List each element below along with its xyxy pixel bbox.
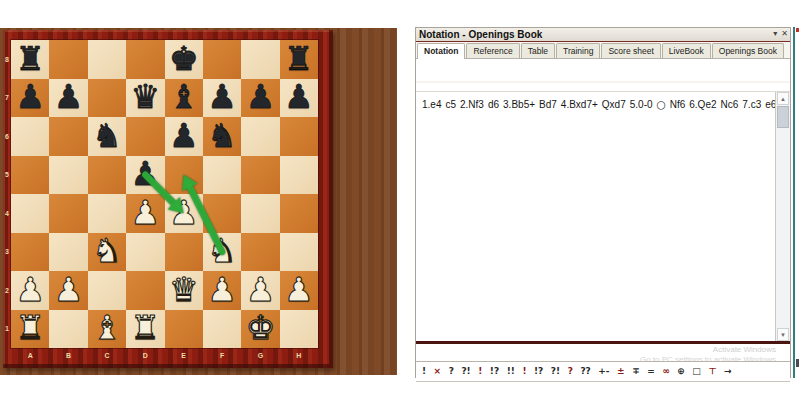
- move-token[interactable]: 4.Bxd7+: [561, 99, 598, 110]
- square-b6[interactable]: [49, 117, 87, 156]
- square-b7[interactable]: ♟: [49, 79, 87, 118]
- anno-symbol-button[interactable]: ?: [568, 367, 573, 376]
- square-g4[interactable]: [241, 194, 279, 233]
- tab-livebook[interactable]: LiveBook: [662, 43, 711, 58]
- move-token[interactable]: Qxd7: [602, 99, 626, 110]
- square-f8[interactable]: [203, 40, 241, 79]
- square-h7[interactable]: ♟: [280, 79, 318, 118]
- move-token[interactable]: Bd7: [539, 99, 557, 110]
- anno-symbol-button[interactable]: !?: [534, 367, 543, 376]
- square-e8[interactable]: ♚: [165, 40, 203, 79]
- anno-symbol-button[interactable]: →: [724, 367, 732, 376]
- square-e3[interactable]: [165, 233, 203, 272]
- square-g6[interactable]: [241, 117, 279, 156]
- board-grid[interactable]: ♜♚♜♟♟♛♝♟♟♟♞♟♞♟♟♟♞♞♟♟♛♟♟♟♜♝♜♚: [11, 40, 318, 348]
- square-c2[interactable]: [88, 271, 126, 310]
- anno-symbol-button[interactable]: !: [522, 367, 526, 376]
- move-token[interactable]: 7.c3: [742, 99, 761, 110]
- black-pawn-g7[interactable]: ♟: [246, 80, 276, 113]
- square-d3[interactable]: [126, 233, 164, 272]
- square-f7[interactable]: ♟: [203, 79, 241, 118]
- tab-table[interactable]: Table: [521, 43, 555, 58]
- square-g8[interactable]: [241, 40, 279, 79]
- black-knight-c6[interactable]: ♞: [92, 119, 122, 152]
- file-label-a: A: [11, 348, 49, 362]
- square-a1[interactable]: ♜: [11, 310, 49, 349]
- rank-label-8: 8: [3, 40, 11, 79]
- panel-title: Notation - Openings Book: [416, 29, 542, 40]
- rank-label-3: 3: [3, 233, 11, 272]
- file-label-h: H: [280, 348, 318, 362]
- square-h4[interactable]: [280, 194, 318, 233]
- white-queen-e2[interactable]: ♛: [169, 273, 199, 306]
- move-token[interactable]: c5: [445, 99, 456, 110]
- chess-board: 87654321 ♜♚♜♟♟♛♝♟♟♟♞♟♞♟♟♟♞♞♟♟♛♟♟♟♜♝♜♚ AB…: [3, 30, 333, 368]
- move-token[interactable]: Nc6: [721, 99, 739, 110]
- black-pawn-f7[interactable]: ♟: [207, 80, 237, 113]
- square-c4[interactable]: [88, 194, 126, 233]
- tab-reference[interactable]: Reference: [466, 43, 519, 58]
- window-edge-line: [793, 27, 795, 378]
- white-pawn-f2[interactable]: ♟: [207, 273, 237, 306]
- square-e6[interactable]: ♟: [165, 117, 203, 156]
- tab-training[interactable]: Training: [556, 43, 600, 58]
- anno-symbol-button[interactable]: ×: [434, 367, 442, 376]
- anno-symbol-button[interactable]: ?!: [551, 367, 560, 376]
- edge-mark-bottom: [796, 359, 799, 367]
- square-e7[interactable]: ♝: [165, 79, 203, 118]
- edge-mark-top: [796, 28, 799, 32]
- rank-label-7: 7: [3, 79, 11, 118]
- square-c1[interactable]: ♝: [88, 310, 126, 349]
- notation-area[interactable]: 1.e4c52.Nf3d63.Bb5+Bd74.Bxd7+Qxd75.0-0○N…: [416, 92, 790, 341]
- square-a5[interactable]: [11, 156, 49, 195]
- notation-header-strip: [416, 59, 790, 92]
- anno-symbol-button[interactable]: !: [478, 367, 482, 376]
- annotation-symbol[interactable]: ○: [657, 98, 666, 110]
- square-a4[interactable]: [11, 194, 49, 233]
- windows-watermark-line1: Activate Windows: [713, 345, 776, 354]
- annotation-toolbar: !×??!!!?!!!!??!???+-±∓=∞⊕□⊤→: [416, 361, 790, 382]
- square-a2[interactable]: ♟: [11, 271, 49, 310]
- square-f4[interactable]: [203, 194, 241, 233]
- panel-titlebar[interactable]: Notation - Openings Book ▾✕: [416, 28, 790, 42]
- square-b4[interactable]: [49, 194, 87, 233]
- scrollbar-thumb[interactable]: [777, 106, 789, 128]
- square-a7[interactable]: ♟: [11, 79, 49, 118]
- square-g2[interactable]: ♟: [241, 271, 279, 310]
- square-h3[interactable]: [280, 233, 318, 272]
- rank-label-5: 5: [3, 156, 11, 195]
- anno-symbol-button[interactable]: !!: [507, 367, 515, 376]
- anno-symbol-button[interactable]: +-: [598, 367, 609, 376]
- square-g3[interactable]: [241, 233, 279, 272]
- anno-symbol-button[interactable]: ⊤: [708, 367, 716, 376]
- anno-symbol-button[interactable]: ∞: [662, 367, 670, 376]
- move-token[interactable]: 3.Bb5+: [503, 99, 535, 110]
- square-h1[interactable]: [280, 310, 318, 349]
- square-f6[interactable]: ♞: [203, 117, 241, 156]
- tab-notation[interactable]: Notation: [417, 43, 465, 59]
- white-pawn-b2[interactable]: ♟: [54, 273, 84, 306]
- anno-symbol-button[interactable]: ∓: [632, 367, 640, 376]
- black-pawn-d5[interactable]: ♟: [131, 157, 161, 190]
- square-f2[interactable]: ♟: [203, 271, 241, 310]
- square-g5[interactable]: [241, 156, 279, 195]
- file-label-g: G: [241, 348, 279, 362]
- file-label-c: C: [88, 348, 126, 362]
- square-a8[interactable]: ♜: [11, 40, 49, 79]
- notation-panel: Notation - Openings Book ▾✕ NotationRefe…: [415, 27, 791, 378]
- square-e5[interactable]: [165, 156, 203, 195]
- square-d6[interactable]: [126, 117, 164, 156]
- rank-label-1: 1: [3, 310, 11, 349]
- rank-label-2: 2: [3, 271, 11, 310]
- move-list: 1.e4c52.Nf3d63.Bb5+Bd74.Bxd7+Qxd75.0-0○N…: [416, 92, 790, 112]
- square-c8[interactable]: [88, 40, 126, 79]
- black-pawn-b7[interactable]: ♟: [54, 80, 84, 113]
- white-bishop-c1[interactable]: ♝: [92, 311, 122, 344]
- rank-label-4: 4: [3, 194, 11, 233]
- adjacent-window-edge: [791, 27, 800, 378]
- square-b5[interactable]: [49, 156, 87, 195]
- square-d4[interactable]: ♟: [126, 194, 164, 233]
- file-label-e: E: [165, 348, 203, 362]
- white-rook-a1[interactable]: ♜: [15, 311, 45, 344]
- square-c3[interactable]: ♞: [88, 233, 126, 272]
- anno-symbol-button[interactable]: ?: [449, 367, 454, 376]
- tab-openings-book[interactable]: Openings Book: [712, 43, 784, 58]
- rank-label-6: 6: [3, 117, 11, 156]
- square-e4[interactable]: ♟: [165, 194, 203, 233]
- square-a6[interactable]: [11, 117, 49, 156]
- black-pawn-h7[interactable]: ♟: [284, 80, 314, 113]
- move-token[interactable]: 2.Nf3: [460, 99, 484, 110]
- anno-symbol-button[interactable]: =: [647, 367, 655, 376]
- panel-menu-icon[interactable]: ▾: [773, 28, 777, 40]
- square-b3[interactable]: [49, 233, 87, 272]
- panel-tabs: NotationReferenceTableTrainingScore shee…: [416, 42, 790, 59]
- black-rook-h8[interactable]: ♜: [284, 42, 314, 75]
- anno-symbol-button[interactable]: □: [692, 367, 701, 376]
- black-pawn-a7[interactable]: ♟: [15, 80, 45, 113]
- anno-symbol-button[interactable]: ⊕: [677, 367, 685, 376]
- scroll-up-button[interactable]: ▲: [777, 92, 789, 105]
- white-knight-f3[interactable]: ♞: [207, 234, 237, 267]
- square-e1[interactable]: [165, 310, 203, 349]
- tab-score-sheet[interactable]: Score sheet: [601, 43, 660, 58]
- white-pawn-a2[interactable]: ♟: [15, 273, 45, 306]
- move-token[interactable]: 5.0-0: [630, 99, 653, 110]
- square-d2[interactable]: [126, 271, 164, 310]
- white-king-g1[interactable]: ♚: [246, 311, 276, 344]
- square-a3[interactable]: [11, 233, 49, 272]
- square-f1[interactable]: [203, 310, 241, 349]
- black-king-e8[interactable]: ♚: [169, 42, 199, 75]
- white-rook-d1[interactable]: ♜: [131, 311, 161, 344]
- square-d8[interactable]: [126, 40, 164, 79]
- square-g1[interactable]: ♚: [241, 310, 279, 349]
- window-buttons: ▾✕: [773, 28, 788, 40]
- move-token[interactable]: 6.Qe2: [689, 99, 716, 110]
- black-rook-a8[interactable]: ♜: [15, 42, 45, 75]
- white-pawn-h2[interactable]: ♟: [284, 273, 314, 306]
- black-bishop-e7[interactable]: ♝: [169, 80, 199, 113]
- anno-symbol-button[interactable]: ±: [617, 367, 625, 376]
- square-b2[interactable]: ♟: [49, 271, 87, 310]
- white-knight-c3[interactable]: ♞: [92, 234, 122, 267]
- anno-symbol-button[interactable]: !?: [490, 367, 499, 376]
- move-token[interactable]: Nf6: [670, 99, 686, 110]
- white-pawn-d4[interactable]: ♟: [131, 196, 161, 229]
- anno-symbol-button[interactable]: !: [422, 367, 426, 376]
- panel-bottom-zone: Activate Windows Go to PC settings to ac…: [416, 344, 790, 382]
- file-label-f: F: [203, 348, 241, 362]
- square-d5[interactable]: ♟: [126, 156, 164, 195]
- file-label-d: D: [126, 348, 164, 362]
- rank-labels: 87654321: [3, 40, 11, 348]
- anno-symbol-button[interactable]: ??: [580, 367, 590, 376]
- scroll-down-button[interactable]: ▼: [777, 328, 789, 341]
- black-pawn-e6[interactable]: ♟: [169, 119, 199, 152]
- black-knight-f6[interactable]: ♞: [207, 119, 237, 152]
- notation-scrollbar[interactable]: ▲ ▼: [775, 92, 790, 341]
- square-h5[interactable]: [280, 156, 318, 195]
- file-label-b: B: [49, 348, 87, 362]
- square-d1[interactable]: ♜: [126, 310, 164, 349]
- square-f5[interactable]: [203, 156, 241, 195]
- square-g7[interactable]: ♟: [241, 79, 279, 118]
- square-c7[interactable]: [88, 79, 126, 118]
- white-pawn-g2[interactable]: ♟: [246, 273, 276, 306]
- square-c5[interactable]: [88, 156, 126, 195]
- close-icon[interactable]: ✕: [781, 28, 788, 40]
- file-labels: ABCDEFGH: [11, 348, 318, 362]
- square-h6[interactable]: [280, 117, 318, 156]
- square-b1[interactable]: [49, 310, 87, 349]
- square-b8[interactable]: [49, 40, 87, 79]
- square-h2[interactable]: ♟: [280, 271, 318, 310]
- move-token[interactable]: 1.e4: [422, 99, 441, 110]
- black-queen-d7[interactable]: ♛: [131, 80, 161, 113]
- anno-symbol-button[interactable]: ?!: [461, 367, 470, 376]
- square-h8[interactable]: ♜: [280, 40, 318, 79]
- move-token[interactable]: d6: [488, 99, 499, 110]
- square-c6[interactable]: ♞: [88, 117, 126, 156]
- square-e2[interactable]: ♛: [165, 271, 203, 310]
- white-pawn-e4[interactable]: ♟: [169, 196, 199, 229]
- app-window: 87654321 ♜♚♜♟♟♛♝♟♟♟♞♟♞♟♟♟♞♞♟♟♛♟♟♟♜♝♜♚ AB…: [0, 0, 800, 400]
- square-f3[interactable]: ♞: [203, 233, 241, 272]
- square-d7[interactable]: ♛: [126, 79, 164, 118]
